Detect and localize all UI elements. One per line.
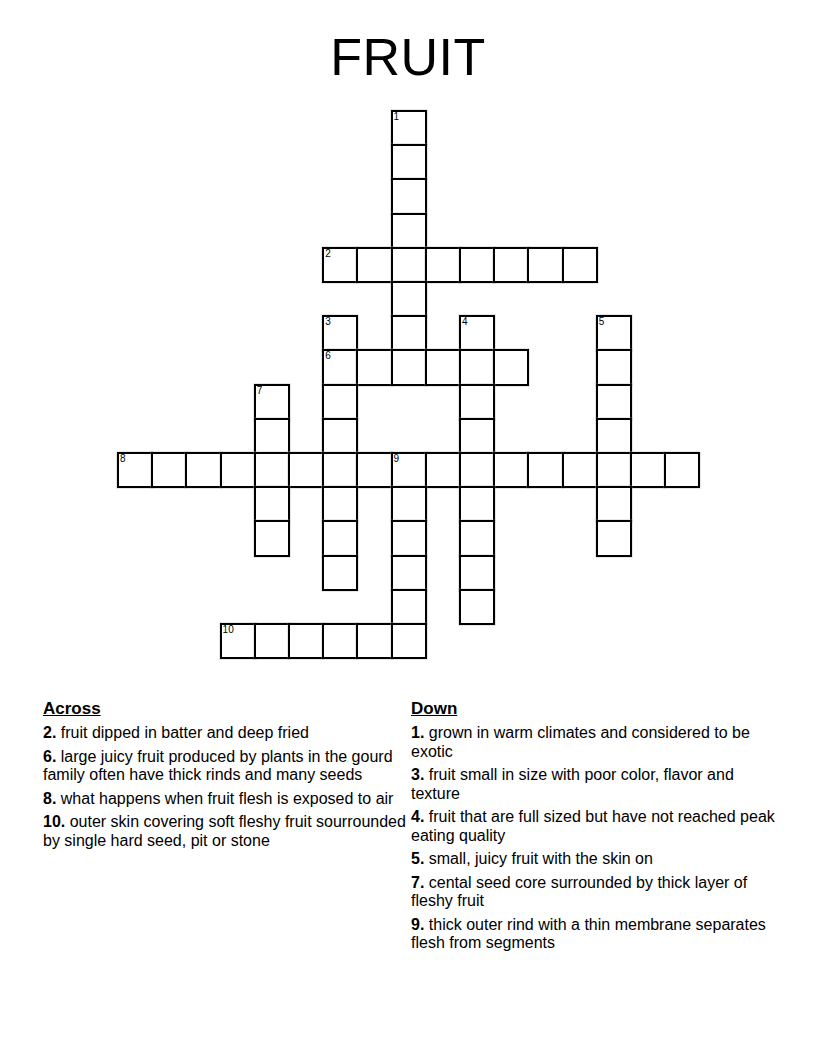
cell-r4-c6[interactable]: 2 [323, 248, 357, 282]
cell-r15-c7[interactable] [357, 624, 391, 658]
across-clues-section: Across 2. fruit dipped in batter and dee… [43, 699, 413, 855]
cell-r7-c10[interactable] [460, 350, 494, 384]
cell-number-4: 4 [462, 316, 468, 328]
cell-number-3: 3 [325, 316, 331, 328]
cell-r11-c6[interactable] [323, 487, 357, 521]
cell-r10-c14[interactable] [597, 453, 631, 487]
cell-r15-c4[interactable] [255, 624, 289, 658]
cell-r4-c12[interactable] [528, 248, 562, 282]
down-clue-number-1: 1. [411, 724, 424, 741]
down-clue-number-9: 9. [411, 916, 424, 933]
down-header: Down [411, 699, 779, 718]
across-clue-10: 10. outer skin covering soft fleshy frui… [43, 813, 413, 850]
cell-r15-c8[interactable] [392, 624, 426, 658]
cell-r13-c8[interactable] [392, 556, 426, 590]
cell-r6-c6[interactable]: 3 [323, 316, 357, 350]
cell-r15-c5[interactable] [289, 624, 323, 658]
cell-r13-c6[interactable] [323, 556, 357, 590]
cell-number-8: 8 [120, 453, 126, 465]
cell-r4-c9[interactable] [426, 248, 460, 282]
cell-r10-c0[interactable]: 8 [118, 453, 152, 487]
cell-r8-c10[interactable] [460, 385, 494, 419]
cell-r2-c8[interactable] [392, 179, 426, 213]
across-clue-6: 6. large juicy fruit produced by plants … [43, 748, 413, 785]
cell-r11-c4[interactable] [255, 487, 289, 521]
cell-r9-c6[interactable] [323, 419, 357, 453]
cell-r7-c11[interactable] [494, 350, 528, 384]
down-clue-4: 4. fruit that are full sized but have no… [411, 808, 779, 845]
across-clue-8: 8. what happens when fruit flesh is expo… [43, 790, 413, 809]
down-clue-number-3: 3. [411, 766, 424, 783]
cell-r10-c16[interactable] [665, 453, 699, 487]
cell-r7-c8[interactable] [392, 350, 426, 384]
cell-r10-c12[interactable] [528, 453, 562, 487]
cell-number-7: 7 [257, 385, 263, 397]
cell-r14-c10[interactable] [460, 590, 494, 624]
cell-number-5: 5 [599, 316, 605, 328]
across-clue-number-2: 2. [43, 724, 56, 741]
cell-r0-c8[interactable]: 1 [392, 111, 426, 145]
cell-r12-c8[interactable] [392, 521, 426, 555]
cell-r7-c9[interactable] [426, 350, 460, 384]
down-clue-1: 1. grown in warm climates and considered… [411, 724, 779, 761]
cell-r6-c14[interactable]: 5 [597, 316, 631, 350]
cell-r4-c7[interactable] [357, 248, 391, 282]
across-clue-list: 2. fruit dipped in batter and deep fried… [43, 724, 413, 850]
cell-r10-c1[interactable] [152, 453, 186, 487]
cell-r10-c4[interactable] [255, 453, 289, 487]
cell-r8-c6[interactable] [323, 385, 357, 419]
cell-r10-c3[interactable] [221, 453, 255, 487]
cell-r12-c10[interactable] [460, 521, 494, 555]
down-clue-number-4: 4. [411, 808, 424, 825]
across-header: Across [43, 699, 413, 718]
down-clue-number-7: 7. [411, 874, 424, 891]
down-clue-number-5: 5. [411, 850, 424, 867]
cell-r4-c11[interactable] [494, 248, 528, 282]
cell-number-2: 2 [325, 248, 331, 260]
cell-r4-c10[interactable] [460, 248, 494, 282]
cell-r9-c14[interactable] [597, 419, 631, 453]
cell-r10-c15[interactable] [631, 453, 665, 487]
crossword-page: FRUIT 12345678910 Across 2. fruit dipped… [0, 0, 816, 1056]
cell-r13-c10[interactable] [460, 556, 494, 590]
cell-r7-c6[interactable]: 6 [323, 350, 357, 384]
cell-r11-c8[interactable] [392, 487, 426, 521]
cell-r11-c10[interactable] [460, 487, 494, 521]
cell-r7-c14[interactable] [597, 350, 631, 384]
cell-r6-c8[interactable] [392, 316, 426, 350]
down-clue-3: 3. fruit small in size with poor color, … [411, 766, 779, 803]
cell-number-6: 6 [325, 350, 331, 362]
cell-r10-c7[interactable] [357, 453, 391, 487]
cell-r12-c4[interactable] [255, 521, 289, 555]
cell-r5-c8[interactable] [392, 282, 426, 316]
cell-r10-c13[interactable] [563, 453, 597, 487]
cell-r12-c14[interactable] [597, 521, 631, 555]
cell-r10-c8[interactable]: 9 [392, 453, 426, 487]
cell-r10-c6[interactable] [323, 453, 357, 487]
cell-r4-c13[interactable] [563, 248, 597, 282]
cell-r8-c4[interactable]: 7 [255, 385, 289, 419]
down-clue-7: 7. cental seed core surrounded by thick … [411, 874, 779, 911]
down-clue-5: 5. small, juicy fruit with the skin on [411, 850, 779, 869]
down-clue-list: 1. grown in warm climates and considered… [411, 724, 779, 953]
across-clue-number-8: 8. [43, 790, 56, 807]
cell-r6-c10[interactable]: 4 [460, 316, 494, 350]
down-clue-9: 9. thick outer rind with a thin membrane… [411, 916, 779, 953]
cell-r9-c4[interactable] [255, 419, 289, 453]
down-clues-section: Down 1. grown in warm climates and consi… [411, 699, 779, 958]
cell-number-9: 9 [394, 453, 400, 465]
cell-r3-c8[interactable] [392, 214, 426, 248]
cell-r11-c14[interactable] [597, 487, 631, 521]
across-clue-number-10: 10. [43, 813, 65, 830]
cell-number-1: 1 [394, 111, 400, 123]
cell-r10-c5[interactable] [289, 453, 323, 487]
cell-r7-c7[interactable] [357, 350, 391, 384]
cell-number-10: 10 [223, 624, 234, 636]
cell-r8-c14[interactable] [597, 385, 631, 419]
cell-r9-c10[interactable] [460, 419, 494, 453]
cell-r4-c8[interactable] [392, 248, 426, 282]
cell-r1-c8[interactable] [392, 145, 426, 179]
cell-r15-c6[interactable] [323, 624, 357, 658]
across-clue-number-6: 6. [43, 748, 56, 765]
across-clue-2: 2. fruit dipped in batter and deep fried [43, 724, 413, 743]
cell-r10-c10[interactable] [460, 453, 494, 487]
cell-r10-c9[interactable] [426, 453, 460, 487]
cell-r10-c2[interactable] [186, 453, 220, 487]
cell-r10-c11[interactable] [494, 453, 528, 487]
cell-r15-c3[interactable]: 10 [221, 624, 255, 658]
cell-r14-c8[interactable] [392, 590, 426, 624]
cell-r12-c6[interactable] [323, 521, 357, 555]
